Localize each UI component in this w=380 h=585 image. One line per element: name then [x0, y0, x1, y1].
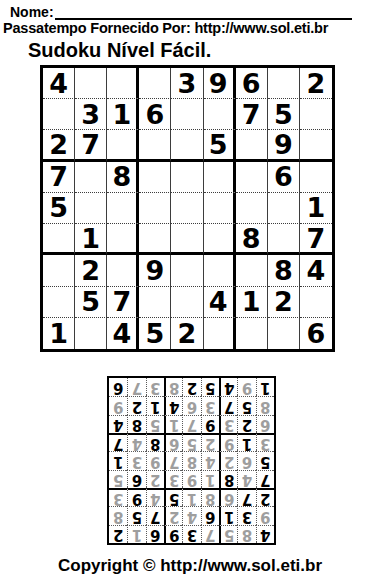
sudoku-cell-r4c2[interactable]: [75, 162, 107, 193]
sudoku-cell-r6c7[interactable]: 8: [236, 224, 268, 255]
solution-cell-r5c1: 5: [256, 451, 274, 469]
solution-cell-r7c4: 9: [201, 415, 219, 433]
solution-cell-r9c6: 8: [164, 378, 182, 396]
sudoku-cell-r4c7[interactable]: [236, 162, 268, 193]
sudoku-cell-r7c8[interactable]: 8: [268, 255, 300, 286]
sudoku-cell-r5c8[interactable]: [268, 193, 300, 224]
sudoku-cell-r6c5[interactable]: [171, 224, 203, 255]
sudoku-cell-r9c3[interactable]: 4: [107, 318, 139, 349]
sudoku-cell-r1c5[interactable]: 3: [171, 68, 203, 99]
solution-cell-r3c1: 2: [256, 488, 274, 506]
sudoku-cell-r8c4[interactable]: [139, 287, 171, 318]
sudoku-cell-r8c2[interactable]: 5: [75, 287, 107, 318]
sudoku-cell-r7c1[interactable]: [43, 255, 75, 286]
sudoku-cell-r4c8[interactable]: 6: [268, 162, 300, 193]
solution-cell-r3c8: 9: [127, 488, 145, 506]
solution-cell-r4c3: 8: [219, 470, 237, 488]
sudoku-cell-r5c9[interactable]: 1: [300, 193, 332, 224]
sudoku-cell-r6c8[interactable]: [268, 224, 300, 255]
sudoku-cell-r1c6[interactable]: 9: [204, 68, 236, 99]
solution-cell-r6c6: 6: [164, 433, 182, 451]
sudoku-cell-r3c8[interactable]: 9: [268, 130, 300, 161]
sudoku-cell-r6c4[interactable]: [139, 224, 171, 255]
sudoku-cell-r4c9[interactable]: [300, 162, 332, 193]
sudoku-cell-r8c8[interactable]: 2: [268, 287, 300, 318]
solution-cell-r8c8: 2: [127, 396, 145, 414]
copyright-text: Copyright © http://www.sol.eti.br: [0, 556, 380, 576]
sudoku-cell-r7c5[interactable]: [171, 255, 203, 286]
solution-cell-r4c4: 1: [201, 470, 219, 488]
worksheet-page: Nome: Passatempo Fornecido Por: http://w…: [0, 0, 380, 585]
solution-cell-r4c6: 3: [164, 470, 182, 488]
sudoku-cell-r7c4[interactable]: 9: [139, 255, 171, 286]
sudoku-cell-r1c3[interactable]: [107, 68, 139, 99]
sudoku-cell-r9c8[interactable]: [268, 318, 300, 349]
solution-cell-r2c9: 8: [109, 506, 127, 524]
sudoku-cell-r4c3[interactable]: 8: [107, 162, 139, 193]
sudoku-cell-r1c1[interactable]: 4: [43, 68, 75, 99]
solution-cell-r2c6: 2: [164, 506, 182, 524]
solution-cell-r8c7: 1: [146, 396, 164, 414]
solution-cell-r9c9: 6: [109, 378, 127, 396]
solution-cell-r1c6: 9: [164, 525, 182, 543]
solution-cell-r8c6: 4: [164, 396, 182, 414]
solution-cell-r7c7: 5: [146, 415, 164, 433]
solution-cell-r9c3: 4: [219, 378, 237, 396]
sudoku-cell-r9c2[interactable]: [75, 318, 107, 349]
solution-cell-r8c1: 8: [256, 396, 274, 414]
sudoku-cell-r5c2[interactable]: [75, 193, 107, 224]
solution-cell-r1c5: 3: [182, 525, 200, 543]
solution-cell-r5c3: 2: [219, 451, 237, 469]
solution-cell-r5c5: 8: [182, 451, 200, 469]
page-title: Sudoku Nível Fácil.: [28, 39, 211, 62]
sudoku-cell-r1c7[interactable]: 6: [236, 68, 268, 99]
sudoku-cell-r7c6[interactable]: [204, 255, 236, 286]
solution-cell-r2c2: 3: [237, 506, 255, 524]
solution-cell-r5c6: 7: [164, 451, 182, 469]
provider-text: Passatempo Fornecido Por: http://www.sol…: [3, 20, 328, 36]
sudoku-cell-r6c2[interactable]: 1: [75, 224, 107, 255]
solution-cell-r2c3: 1: [219, 506, 237, 524]
solution-cell-r8c3: 7: [219, 396, 237, 414]
solution-cell-r2c1: 9: [256, 506, 274, 524]
sudoku-cell-r3c5[interactable]: [171, 130, 203, 161]
sudoku-cell-r2c1[interactable]: [43, 99, 75, 130]
name-label: Nome:: [10, 4, 54, 20]
solution-cell-r6c8: 4: [127, 433, 145, 451]
sudoku-cell-r6c6[interactable]: [204, 224, 236, 255]
solution-cell-r4c7: 2: [146, 470, 164, 488]
name-fill-line: [55, 5, 352, 20]
solution-cell-r8c9: 9: [109, 396, 127, 414]
sudoku-cell-r6c1[interactable]: [43, 224, 75, 255]
sudoku-cell-r2c5[interactable]: [171, 99, 203, 130]
solution-cell-r1c8: 1: [127, 525, 145, 543]
solution-cell-r7c5: 7: [182, 415, 200, 433]
solution-cell-r9c5: 2: [182, 378, 200, 396]
solution-cell-r4c2: 4: [237, 470, 255, 488]
solution-cell-r3c4: 8: [201, 488, 219, 506]
sudoku-cell-r1c4[interactable]: [139, 68, 171, 99]
solution-cell-r3c3: 6: [219, 488, 237, 506]
sudoku-cell-r8c6[interactable]: 4: [204, 287, 236, 318]
solution-cell-r3c2: 7: [237, 488, 255, 506]
solution-cell-r7c6: 1: [164, 415, 182, 433]
sudoku-cell-r8c1[interactable]: [43, 287, 75, 318]
sudoku-cell-r4c4[interactable]: [139, 162, 171, 193]
sudoku-cell-r5c4[interactable]: [139, 193, 171, 224]
solution-cell-r5c7: 9: [146, 451, 164, 469]
sudoku-cell-r5c7[interactable]: [236, 193, 268, 224]
sudoku-cell-r4c1[interactable]: 7: [43, 162, 75, 193]
name-row: Nome:: [10, 2, 352, 20]
solution-cell-r9c1: 1: [256, 378, 274, 396]
solution-cell-r1c2: 8: [237, 525, 255, 543]
solution-cell-r9c7: 3: [146, 378, 164, 396]
sudoku-cell-r9c5[interactable]: 2: [171, 318, 203, 349]
solution-cell-r7c9: 4: [109, 415, 127, 433]
sudoku-cell-r1c9[interactable]: 2: [300, 68, 332, 99]
solution-cell-r6c2: 1: [237, 433, 255, 451]
solution-cell-r4c1: 7: [256, 470, 274, 488]
solution-cell-r2c7: 7: [146, 506, 164, 524]
solution-cell-r6c1: 3: [256, 433, 274, 451]
solution-cell-r7c8: 8: [127, 415, 145, 433]
solution-cell-r8c5: 6: [182, 396, 200, 414]
sudoku-cell-r2c4[interactable]: 6: [139, 99, 171, 130]
solution-cell-r3c7: 4: [146, 488, 164, 506]
solution-cell-r7c3: 3: [219, 415, 237, 433]
sudoku-cell-r1c2[interactable]: [75, 68, 107, 99]
solution-cell-r3c6: 5: [164, 488, 182, 506]
sudoku-cell-r5c5[interactable]: [171, 193, 203, 224]
sudoku-cell-r2c6[interactable]: [204, 99, 236, 130]
sudoku-cell-r3c7[interactable]: [236, 130, 268, 161]
solution-cell-r6c3: 9: [219, 433, 237, 451]
solution-cell-r4c8: 6: [127, 470, 145, 488]
solution-cell-r5c9: 1: [109, 451, 127, 469]
sudoku-cell-r2c9[interactable]: [300, 99, 332, 130]
solution-cell-r8c2: 5: [237, 396, 255, 414]
solution-cell-r4c9: 5: [109, 470, 127, 488]
solution-cell-r1c3: 5: [219, 525, 237, 543]
solution-cell-r9c4: 5: [201, 378, 219, 396]
sudoku-cell-r9c1[interactable]: 1: [43, 318, 75, 349]
sudoku-cell-r7c9[interactable]: 4: [300, 255, 332, 286]
solution-cell-r3c9: 3: [109, 488, 127, 506]
sudoku-cell-r2c3[interactable]: 1: [107, 99, 139, 130]
solution-cell-r2c5: 4: [182, 506, 200, 524]
solution-cell-r9c8: 7: [127, 378, 145, 396]
sudoku-cell-r3c9[interactable]: [300, 130, 332, 161]
sudoku-cell-r5c3[interactable]: [107, 193, 139, 224]
solution-cell-r9c2: 9: [237, 378, 255, 396]
solution-cell-r2c8: 5: [127, 506, 145, 524]
sudoku-cell-r9c4[interactable]: 5: [139, 318, 171, 349]
solution-cell-r7c2: 2: [237, 415, 255, 433]
sudoku-cell-r2c2[interactable]: 3: [75, 99, 107, 130]
sudoku-cell-r2c8[interactable]: 5: [268, 99, 300, 130]
solution-cell-r6c5: 5: [182, 433, 200, 451]
sudoku-cell-r3c1[interactable]: 2: [43, 130, 75, 161]
sudoku-cell-r8c7[interactable]: 1: [236, 287, 268, 318]
sudoku-cell-r4c6[interactable]: [204, 162, 236, 193]
sudoku-cell-r5c6[interactable]: [204, 193, 236, 224]
sudoku-cell-r3c3[interactable]: [107, 130, 139, 161]
sudoku-solution-grid-rotated: 4857396129316427582768154937481932655624…: [107, 376, 276, 545]
sudoku-puzzle-grid: 439623167527597865118729845741214526: [40, 65, 335, 352]
sudoku-cell-r6c9[interactable]: 7: [300, 224, 332, 255]
solution-cell-r5c8: 3: [127, 451, 145, 469]
solution-cell-r5c2: 6: [237, 451, 255, 469]
solution-cell-r7c1: 6: [256, 415, 274, 433]
solution-cell-r1c9: 2: [109, 525, 127, 543]
sudoku-cell-r7c3[interactable]: [107, 255, 139, 286]
solution-cell-r2c4: 6: [201, 506, 219, 524]
sudoku-cell-r8c3[interactable]: 7: [107, 287, 139, 318]
solution-cell-r6c4: 2: [201, 433, 219, 451]
solution-cell-r1c7: 6: [146, 525, 164, 543]
sudoku-cell-r3c6[interactable]: 5: [204, 130, 236, 161]
sudoku-cell-r6c3[interactable]: [107, 224, 139, 255]
solution-cell-r3c5: 1: [182, 488, 200, 506]
solution-cell-r6c9: 7: [109, 433, 127, 451]
solution-cell-r4c5: 9: [182, 470, 200, 488]
sudoku-cell-r9c7[interactable]: [236, 318, 268, 349]
solution-cell-r1c4: 7: [201, 525, 219, 543]
sudoku-cell-r9c6[interactable]: [204, 318, 236, 349]
sudoku-cell-r8c5[interactable]: [171, 287, 203, 318]
sudoku-cell-r7c2[interactable]: 2: [75, 255, 107, 286]
sudoku-cell-r3c2[interactable]: 7: [75, 130, 107, 161]
sudoku-cell-r4c5[interactable]: [171, 162, 203, 193]
solution-cell-r8c4: 3: [201, 396, 219, 414]
sudoku-cell-r7c7[interactable]: [236, 255, 268, 286]
sudoku-cell-r9c9[interactable]: 6: [300, 318, 332, 349]
solution-cell-r1c1: 4: [256, 525, 274, 543]
sudoku-cell-r3c4[interactable]: [139, 130, 171, 161]
solution-cell-r5c4: 4: [201, 451, 219, 469]
sudoku-cell-r8c9[interactable]: [300, 287, 332, 318]
sudoku-cell-r2c7[interactable]: 7: [236, 99, 268, 130]
sudoku-cell-r1c8[interactable]: [268, 68, 300, 99]
sudoku-cell-r5c1[interactable]: 5: [43, 193, 75, 224]
solution-cell-r6c7: 8: [146, 433, 164, 451]
